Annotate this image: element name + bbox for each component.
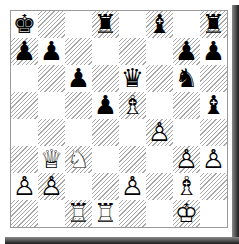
white-rook-icon: ♜♖	[92, 200, 119, 227]
square-e5[interactable]: ♝♗	[119, 92, 146, 119]
white-pawn-icon: ♟♙	[146, 119, 173, 146]
black-pawn-icon: ♟	[65, 65, 92, 92]
square-g8[interactable]	[173, 11, 200, 38]
square-h6[interactable]	[200, 65, 227, 92]
square-a4[interactable]	[11, 119, 38, 146]
square-e7[interactable]	[119, 38, 146, 65]
square-c8[interactable]	[65, 11, 92, 38]
square-b5[interactable]	[38, 92, 65, 119]
square-d5[interactable]: ♟	[92, 92, 119, 119]
drop-shadow-right	[232, 5, 239, 237]
square-c5[interactable]	[65, 92, 92, 119]
square-a8[interactable]: ♚	[11, 11, 38, 38]
square-h4[interactable]	[200, 119, 227, 146]
black-pawn-icon: ♟	[173, 38, 200, 65]
square-h7[interactable]: ♟	[200, 38, 227, 65]
square-a3[interactable]	[11, 146, 38, 173]
square-a7[interactable]: ♟	[11, 38, 38, 65]
black-queen-icon: ♛	[119, 65, 146, 92]
black-pawn-icon: ♟	[38, 38, 65, 65]
black-king-icon: ♚	[11, 11, 38, 38]
square-g7[interactable]: ♟	[173, 38, 200, 65]
square-c4[interactable]	[65, 119, 92, 146]
black-pawn-icon: ♟	[92, 92, 119, 119]
square-e6[interactable]: ♛	[119, 65, 146, 92]
white-pawn-icon: ♟♙	[200, 146, 227, 173]
square-h3[interactable]: ♟♙	[200, 146, 227, 173]
square-a6[interactable]	[11, 65, 38, 92]
white-knight-icon: ♞♘	[65, 146, 92, 173]
square-g5[interactable]	[173, 92, 200, 119]
square-d6[interactable]	[92, 65, 119, 92]
black-bishop-icon: ♝	[200, 92, 227, 119]
square-f5[interactable]	[146, 92, 173, 119]
black-rook-icon: ♜	[200, 11, 227, 38]
square-f3[interactable]	[146, 146, 173, 173]
square-f8[interactable]: ♝	[146, 11, 173, 38]
white-queen-icon: ♛♕	[38, 146, 65, 173]
square-h2[interactable]	[200, 173, 227, 200]
square-d1[interactable]: ♜♖	[92, 200, 119, 227]
square-g6[interactable]: ♞	[173, 65, 200, 92]
white-bishop-icon: ♝♗	[119, 92, 146, 119]
square-d2[interactable]	[92, 173, 119, 200]
square-e4[interactable]	[119, 119, 146, 146]
white-pawn-icon: ♟♙	[11, 173, 38, 200]
square-d8[interactable]: ♜	[92, 11, 119, 38]
square-c6[interactable]: ♟	[65, 65, 92, 92]
square-e8[interactable]	[119, 11, 146, 38]
square-b2[interactable]: ♟♙	[38, 173, 65, 200]
black-pawn-icon: ♟	[11, 38, 38, 65]
square-g3[interactable]: ♟♙	[173, 146, 200, 173]
square-c1[interactable]: ♜♖	[65, 200, 92, 227]
square-h8[interactable]: ♜	[200, 11, 227, 38]
square-a1[interactable]	[11, 200, 38, 227]
black-bishop-icon: ♝	[146, 11, 173, 38]
square-a5[interactable]	[11, 92, 38, 119]
square-f7[interactable]	[146, 38, 173, 65]
square-b4[interactable]	[38, 119, 65, 146]
square-f4[interactable]: ♟♙	[146, 119, 173, 146]
square-g1[interactable]: ♚♔	[173, 200, 200, 227]
square-b8[interactable]	[38, 11, 65, 38]
square-e2[interactable]: ♟♙	[119, 173, 146, 200]
square-f6[interactable]	[146, 65, 173, 92]
white-king-icon: ♚♔	[173, 200, 200, 227]
square-e3[interactable]	[119, 146, 146, 173]
square-d3[interactable]	[92, 146, 119, 173]
square-h5[interactable]: ♝	[200, 92, 227, 119]
white-bishop-icon: ♝♗	[173, 173, 200, 200]
square-f2[interactable]	[146, 173, 173, 200]
chess-diagram: ♚♜♝♜♟♟♟♟♟♛♞♟♝♗♝♟♙♛♕♞♘♟♙♟♙♟♙♟♙♟♙♝♗♜♖♜♖♚♔	[0, 0, 239, 244]
square-d7[interactable]	[92, 38, 119, 65]
white-rook-icon: ♜♖	[65, 200, 92, 227]
white-pawn-icon: ♟♙	[38, 173, 65, 200]
square-g2[interactable]: ♝♗	[173, 173, 200, 200]
square-f1[interactable]	[146, 200, 173, 227]
white-pawn-icon: ♟♙	[119, 173, 146, 200]
black-knight-icon: ♞	[173, 65, 200, 92]
black-rook-icon: ♜	[92, 11, 119, 38]
square-c7[interactable]	[65, 38, 92, 65]
chess-board: ♚♜♝♜♟♟♟♟♟♛♞♟♝♗♝♟♙♛♕♞♘♟♙♟♙♟♙♟♙♟♙♝♗♜♖♜♖♚♔	[10, 10, 228, 228]
black-pawn-icon: ♟	[200, 38, 227, 65]
white-pawn-icon: ♟♙	[173, 146, 200, 173]
square-d4[interactable]	[92, 119, 119, 146]
square-b6[interactable]	[38, 65, 65, 92]
square-b3[interactable]: ♛♕	[38, 146, 65, 173]
square-c3[interactable]: ♞♘	[65, 146, 92, 173]
square-a2[interactable]: ♟♙	[11, 173, 38, 200]
square-b7[interactable]: ♟	[38, 38, 65, 65]
square-c2[interactable]	[65, 173, 92, 200]
square-b1[interactable]	[38, 200, 65, 227]
drop-shadow-bottom	[5, 237, 239, 244]
square-g4[interactable]	[173, 119, 200, 146]
square-h1[interactable]	[200, 200, 227, 227]
square-e1[interactable]	[119, 200, 146, 227]
